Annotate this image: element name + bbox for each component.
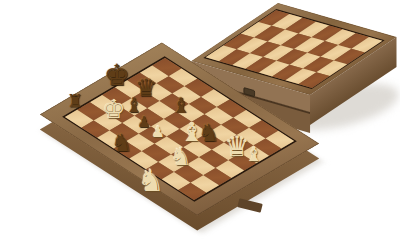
product-photo: ♚♛♜♝♝♚♟♟♞♝♞♛♝♞♞	[0, 0, 400, 240]
board-clasp-notch	[237, 198, 262, 213]
